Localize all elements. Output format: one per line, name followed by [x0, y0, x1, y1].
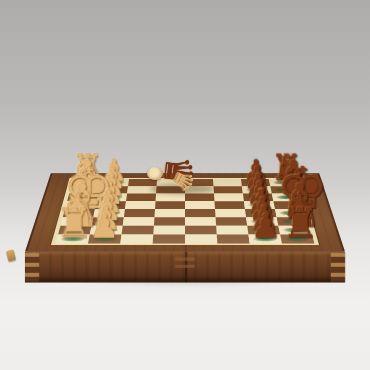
square-r4c5 — [215, 209, 246, 217]
piece-white-pawn: ♟ — [88, 210, 120, 243]
square-r5c3 — [154, 217, 185, 225]
square-r3c4 — [185, 201, 215, 209]
square-r1c3 — [156, 186, 185, 193]
board-front-face — [25, 252, 345, 283]
piece-black-pawn: ♟ — [250, 210, 282, 243]
square-r0c3 — [157, 179, 185, 186]
fold-seam-tenons — [175, 257, 195, 272]
square-r2c5 — [214, 194, 244, 202]
square-r2c2 — [126, 194, 156, 202]
finger-joint-right — [331, 253, 345, 282]
square-r6c5 — [216, 226, 248, 235]
square-r2c3 — [156, 194, 185, 202]
square-r6c2 — [122, 226, 154, 235]
square-r0c5 — [213, 179, 242, 186]
square-r5c5 — [216, 217, 248, 225]
chess-board: ♜♟♟♜♞♟♟♞♝♟♟♝♟♟♚♟♟♚♝♟♟♝♞♟♟♞♜♟♟♜ — [25, 173, 345, 252]
square-r6c3 — [153, 226, 185, 235]
square-r1c2 — [127, 186, 156, 193]
finger-joint-left — [25, 253, 39, 282]
square-r7c2 — [120, 234, 153, 243]
square-r6c4 — [185, 226, 217, 235]
square-r3c5 — [214, 201, 245, 209]
square-r7c3 — [153, 234, 185, 243]
square-r1c4 — [185, 186, 214, 193]
square-r3c2 — [125, 201, 156, 209]
square-r0c4 — [185, 179, 213, 186]
square-r7c5 — [217, 234, 250, 243]
square-r5c2 — [123, 217, 155, 225]
square-r7c6: ♟ — [248, 234, 282, 243]
square-r3c3 — [155, 201, 185, 209]
studio-backdrop: ♜♟♟♜♞♟♟♞♝♟♟♝♟♟♚♟♟♚♝♟♟♝♞♟♟♞♜♟♟♜ ♛♛ — [0, 0, 370, 370]
latch-hook — [6, 249, 16, 262]
piece-black-rook: ♜ — [282, 202, 314, 243]
square-r4c2 — [124, 209, 155, 217]
square-r4c4 — [185, 209, 216, 217]
piece-white-rook: ♜ — [56, 202, 88, 243]
playing-area: ♜♟♟♜♞♟♟♞♝♟♟♝♟♟♚♟♟♚♝♟♟♝♞♟♟♞♜♟♟♜ — [56, 179, 315, 243]
square-r2c4 — [185, 194, 214, 202]
square-r7c0: ♜ — [56, 234, 90, 243]
square-r7c4 — [185, 234, 217, 243]
square-r4c3 — [154, 209, 185, 217]
square-r7c7: ♜ — [280, 234, 314, 243]
square-r1c5 — [213, 186, 242, 193]
board-maple-border: ♜♟♟♜♞♟♟♞♝♟♟♝♟♟♚♟♟♚♝♟♟♝♞♟♟♞♜♟♟♜ — [51, 178, 319, 245]
square-r0c2 — [128, 179, 157, 186]
square-r7c1: ♟ — [88, 234, 122, 243]
square-r5c4 — [185, 217, 216, 225]
